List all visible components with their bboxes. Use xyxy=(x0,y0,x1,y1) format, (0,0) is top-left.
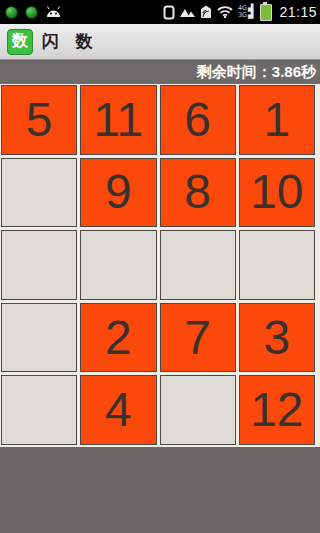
grid-cell-r3c4-empty xyxy=(239,230,315,300)
screen: 4G ▟ 3G ▟ 21:15 数 闪 数 剩余时间：3.86秒 5116198… xyxy=(0,0,320,533)
grid-cell-r1c4-tile-1[interactable]: 1 xyxy=(239,85,315,155)
battery-icon xyxy=(260,4,272,21)
grid-cell-r2c4-tile-10[interactable]: 10 xyxy=(239,158,315,228)
shield-icon xyxy=(25,6,38,19)
grid-cell-r4c1-empty xyxy=(1,303,77,373)
grid-cell-r1c3-tile-6[interactable]: 6 xyxy=(160,85,236,155)
grid-cell-r3c2-empty xyxy=(80,230,156,300)
status-bar-left xyxy=(3,6,62,19)
wifi-icon xyxy=(217,6,233,18)
data-usage-icon xyxy=(200,5,212,19)
gallery-icon xyxy=(180,6,195,18)
grid-cell-r3c1-empty xyxy=(1,230,77,300)
app-icon: 数 xyxy=(7,29,33,55)
number-grid: 511619810273412 xyxy=(0,84,320,447)
grid-cell-r5c4-tile-12[interactable]: 12 xyxy=(239,375,315,445)
grid-cell-r5c2-tile-4[interactable]: 4 xyxy=(80,375,156,445)
status-bar: 4G ▟ 3G ▟ 21:15 xyxy=(0,0,320,24)
grid-cell-r2c3-tile-8[interactable]: 8 xyxy=(160,158,236,228)
grid-cell-r1c1-tile-5[interactable]: 5 xyxy=(1,85,77,155)
app-title: 闪 数 xyxy=(42,30,99,53)
status-bar-right: 4G ▟ 3G ▟ 21:15 xyxy=(163,4,317,21)
grid-cell-r4c4-tile-3[interactable]: 3 xyxy=(239,303,315,373)
android-icon xyxy=(45,6,62,18)
grid-cell-r4c3-tile-7[interactable]: 7 xyxy=(160,303,236,373)
phone-icon xyxy=(163,5,175,20)
dual-sim-signal: 4G ▟ 3G ▟ xyxy=(238,5,254,19)
clock-text: 21:15 xyxy=(279,4,317,20)
bottom-area xyxy=(0,447,320,533)
timer-bar: 剩余时间：3.86秒 xyxy=(0,60,320,84)
app-title-bar: 数 闪 数 xyxy=(0,24,320,60)
grid-cell-r2c1-empty xyxy=(1,158,77,228)
signal-bars-icon: ▟ xyxy=(248,12,253,19)
shield-icon xyxy=(5,6,18,19)
grid-cell-r4c2-tile-2[interactable]: 2 xyxy=(80,303,156,373)
remaining-time-label: 剩余时间：3.86秒 xyxy=(197,63,316,82)
grid-cell-r1c2-tile-11[interactable]: 11 xyxy=(80,85,156,155)
grid-cell-r3c3-empty xyxy=(160,230,236,300)
signal-3g: 3G ▟ xyxy=(238,12,254,19)
grid-cell-r2c2-tile-9[interactable]: 9 xyxy=(80,158,156,228)
grid-cell-r5c1-empty xyxy=(1,375,77,445)
grid-cell-r5c3-empty xyxy=(160,375,236,445)
